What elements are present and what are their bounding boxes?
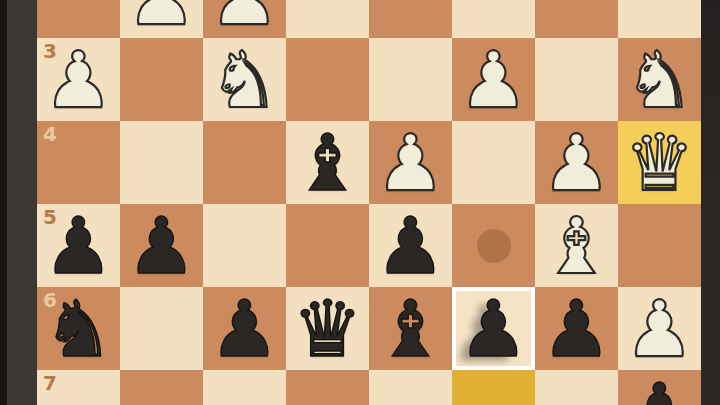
square-e7[interactable] — [286, 370, 369, 405]
square-d5[interactable]: ♟ — [369, 204, 452, 287]
square-b7[interactable] — [535, 370, 618, 405]
square-c3[interactable]: ♟ — [452, 38, 535, 121]
square-c5[interactable] — [452, 204, 535, 287]
square-a5[interactable] — [618, 204, 701, 287]
square-a7[interactable]: ♟ — [618, 370, 701, 405]
square-b5[interactable]: ♝ — [535, 204, 618, 287]
square-f4[interactable] — [203, 121, 286, 204]
square-g2[interactable]: ♟ — [120, 0, 203, 38]
square-h6[interactable]: 6♞ — [37, 287, 120, 370]
black-bishop-d6[interactable]: ♝ — [369, 287, 452, 370]
square-g5[interactable]: ♟ — [120, 204, 203, 287]
white-pawn-d4[interactable]: ♟ — [369, 121, 452, 204]
white-pawn-f2[interactable]: ♟ — [203, 0, 286, 38]
screen: ♟♟3♟♞♟♞4♝♟♟♛5♟♟♟♝6♞♟♛♝♟♟♟7♟ — [0, 0, 720, 405]
square-a6[interactable]: ♟ — [618, 287, 701, 370]
rank-label-4: 4 — [43, 123, 57, 145]
black-pawn-g5[interactable]: ♟ — [120, 204, 203, 287]
square-f5[interactable] — [203, 204, 286, 287]
square-h2[interactable] — [37, 0, 120, 38]
square-h3[interactable]: 3♟ — [37, 38, 120, 121]
black-queen-e6[interactable]: ♛ — [286, 287, 369, 370]
square-a3[interactable]: ♞ — [618, 38, 701, 121]
square-h5[interactable]: 5♟ — [37, 204, 120, 287]
square-c7[interactable] — [452, 370, 535, 405]
square-b3[interactable] — [535, 38, 618, 121]
white-pawn-b4[interactable]: ♟ — [535, 121, 618, 204]
square-b4[interactable]: ♟ — [535, 121, 618, 204]
white-pawn-a6[interactable]: ♟ — [618, 287, 701, 370]
square-g6[interactable] — [120, 287, 203, 370]
square-e2[interactable] — [286, 0, 369, 38]
square-g4[interactable] — [120, 121, 203, 204]
square-c4[interactable] — [452, 121, 535, 204]
square-f7[interactable] — [203, 370, 286, 405]
square-c6[interactable]: ♟ — [452, 287, 535, 370]
letterbox-left — [0, 0, 37, 405]
black-pawn-f6[interactable]: ♟ — [203, 287, 286, 370]
square-h7[interactable]: 7 — [37, 370, 120, 405]
rank-label-5: 5 — [43, 206, 57, 228]
square-b2[interactable] — [535, 0, 618, 38]
square-f2[interactable]: ♟ — [203, 0, 286, 38]
square-d2[interactable] — [369, 0, 452, 38]
square-h4[interactable]: 4 — [37, 121, 120, 204]
square-d4[interactable]: ♟ — [369, 121, 452, 204]
rank-label-7: 7 — [43, 372, 57, 394]
square-e3[interactable] — [286, 38, 369, 121]
rank-label-6: 6 — [43, 289, 57, 311]
white-pawn-g2[interactable]: ♟ — [120, 0, 203, 38]
square-e5[interactable] — [286, 204, 369, 287]
black-pawn-c6[interactable]: ♟ — [452, 287, 535, 370]
square-g3[interactable] — [120, 38, 203, 121]
rank-label-3: 3 — [43, 40, 57, 62]
square-c2[interactable] — [452, 0, 535, 38]
black-pawn-b6[interactable]: ♟ — [535, 287, 618, 370]
white-knight-f3[interactable]: ♞ — [203, 38, 286, 121]
square-g7[interactable] — [120, 370, 203, 405]
square-d7[interactable] — [369, 370, 452, 405]
black-pawn-a7[interactable]: ♟ — [618, 370, 701, 405]
square-a2[interactable] — [618, 0, 701, 38]
black-bishop-e4[interactable]: ♝ — [286, 121, 369, 204]
move-hint-dot — [477, 229, 511, 263]
letterbox-right — [701, 0, 720, 405]
square-d6[interactable]: ♝ — [369, 287, 452, 370]
white-knight-a3[interactable]: ♞ — [618, 38, 701, 121]
square-a4[interactable]: ♛ — [618, 121, 701, 204]
square-d3[interactable] — [369, 38, 452, 121]
white-bishop-b5[interactable]: ♝ — [535, 204, 618, 287]
white-pawn-c3[interactable]: ♟ — [452, 38, 535, 121]
chess-board: ♟♟3♟♞♟♞4♝♟♟♛5♟♟♟♝6♞♟♛♝♟♟♟7♟ — [37, 0, 701, 405]
square-e6[interactable]: ♛ — [286, 287, 369, 370]
black-pawn-d5[interactable]: ♟ — [369, 204, 452, 287]
square-f3[interactable]: ♞ — [203, 38, 286, 121]
square-b6[interactable]: ♟ — [535, 287, 618, 370]
square-e4[interactable]: ♝ — [286, 121, 369, 204]
square-f6[interactable]: ♟ — [203, 287, 286, 370]
white-queen-a4[interactable]: ♛ — [618, 121, 701, 204]
